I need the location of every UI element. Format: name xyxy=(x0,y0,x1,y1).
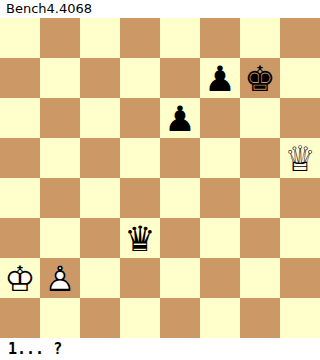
black-pawn-glyph: ♟ xyxy=(160,98,200,138)
square-b7[interactable] xyxy=(40,58,80,98)
square-f6[interactable] xyxy=(200,98,240,138)
square-h7[interactable] xyxy=(280,58,320,98)
square-e1[interactable] xyxy=(160,298,200,338)
square-c8[interactable] xyxy=(80,18,120,58)
square-a7[interactable] xyxy=(0,58,40,98)
square-h4[interactable] xyxy=(280,178,320,218)
square-c7[interactable] xyxy=(80,58,120,98)
black-queen-glyph: ♛ xyxy=(120,218,160,258)
square-b2[interactable]: ♟♙ xyxy=(40,258,80,298)
square-a5[interactable] xyxy=(0,138,40,178)
square-a8[interactable] xyxy=(0,18,40,58)
square-g4[interactable] xyxy=(240,178,280,218)
square-b8[interactable] xyxy=(40,18,80,58)
square-h5[interactable]: ♛♕ xyxy=(280,138,320,178)
square-c6[interactable] xyxy=(80,98,120,138)
square-b6[interactable] xyxy=(40,98,80,138)
square-f1[interactable] xyxy=(200,298,240,338)
square-g2[interactable] xyxy=(240,258,280,298)
square-f7[interactable]: ♟ xyxy=(200,58,240,98)
square-c1[interactable] xyxy=(80,298,120,338)
square-d5[interactable] xyxy=(120,138,160,178)
square-b5[interactable] xyxy=(40,138,80,178)
square-f2[interactable] xyxy=(200,258,240,298)
black-pawn-glyph: ♟ xyxy=(200,58,240,98)
square-d8[interactable] xyxy=(120,18,160,58)
black-pawn[interactable]: ♟ xyxy=(160,98,200,138)
square-d3[interactable]: ♛ xyxy=(120,218,160,258)
square-c3[interactable] xyxy=(80,218,120,258)
square-g7[interactable]: ♚ xyxy=(240,58,280,98)
white-king[interactable]: ♚♔ xyxy=(0,258,40,298)
square-h3[interactable] xyxy=(280,218,320,258)
page-title: Bench4.4068 xyxy=(0,0,320,18)
square-e6[interactable]: ♟ xyxy=(160,98,200,138)
square-f4[interactable] xyxy=(200,178,240,218)
square-b3[interactable] xyxy=(40,218,80,258)
square-b4[interactable] xyxy=(40,178,80,218)
white-pawn-glyph: ♙ xyxy=(40,258,80,298)
white-queen-glyph: ♕ xyxy=(280,138,320,178)
square-d2[interactable] xyxy=(120,258,160,298)
chess-app-window: Bench4.4068 ♟♚♟♛♕♛♚♔♟♙ 1... ? xyxy=(0,0,320,360)
square-a6[interactable] xyxy=(0,98,40,138)
square-e3[interactable] xyxy=(160,218,200,258)
move-prompt: 1... ? xyxy=(0,338,320,360)
white-pawn[interactable]: ♟♙ xyxy=(40,258,80,298)
square-e8[interactable] xyxy=(160,18,200,58)
square-f5[interactable] xyxy=(200,138,240,178)
square-e5[interactable] xyxy=(160,138,200,178)
square-d4[interactable] xyxy=(120,178,160,218)
square-f8[interactable] xyxy=(200,18,240,58)
square-g3[interactable] xyxy=(240,218,280,258)
square-c2[interactable] xyxy=(80,258,120,298)
square-g1[interactable] xyxy=(240,298,280,338)
square-h6[interactable] xyxy=(280,98,320,138)
square-g6[interactable] xyxy=(240,98,280,138)
square-c4[interactable] xyxy=(80,178,120,218)
square-d1[interactable] xyxy=(120,298,160,338)
square-e2[interactable] xyxy=(160,258,200,298)
square-d7[interactable] xyxy=(120,58,160,98)
square-d6[interactable] xyxy=(120,98,160,138)
square-g5[interactable] xyxy=(240,138,280,178)
square-h2[interactable] xyxy=(280,258,320,298)
black-pawn[interactable]: ♟ xyxy=(200,58,240,98)
square-g8[interactable] xyxy=(240,18,280,58)
chess-board: ♟♚♟♛♕♛♚♔♟♙ xyxy=(0,18,320,338)
black-king-glyph: ♚ xyxy=(240,58,280,98)
square-c5[interactable] xyxy=(80,138,120,178)
black-queen[interactable]: ♛ xyxy=(120,218,160,258)
square-a1[interactable] xyxy=(0,298,40,338)
square-f3[interactable] xyxy=(200,218,240,258)
square-e7[interactable] xyxy=(160,58,200,98)
white-queen[interactable]: ♛♕ xyxy=(280,138,320,178)
square-e4[interactable] xyxy=(160,178,200,218)
square-h1[interactable] xyxy=(280,298,320,338)
white-king-glyph: ♔ xyxy=(0,258,40,298)
square-a2[interactable]: ♚♔ xyxy=(0,258,40,298)
square-a3[interactable] xyxy=(0,218,40,258)
square-a4[interactable] xyxy=(0,178,40,218)
square-h8[interactable] xyxy=(280,18,320,58)
square-b1[interactable] xyxy=(40,298,80,338)
black-king[interactable]: ♚ xyxy=(240,58,280,98)
